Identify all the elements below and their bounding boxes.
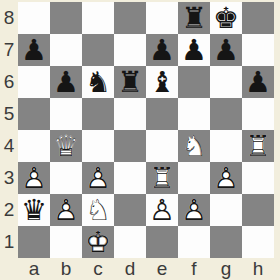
file-label-g: g bbox=[210, 258, 242, 280]
square-c4[interactable] bbox=[82, 130, 114, 162]
black-knight-c6[interactable]: ♞ bbox=[82, 66, 114, 98]
square-d3[interactable] bbox=[114, 162, 146, 194]
square-f5[interactable] bbox=[178, 98, 210, 130]
square-b5[interactable] bbox=[50, 98, 82, 130]
black-pawn-glyph: ♟ bbox=[210, 34, 242, 66]
black-pawn-glyph: ♟ bbox=[18, 34, 50, 66]
rank-label-8: 8 bbox=[0, 2, 18, 34]
square-a1[interactable] bbox=[18, 226, 50, 258]
black-rook-glyph: ♜ bbox=[178, 2, 210, 34]
square-h5[interactable] bbox=[242, 98, 274, 130]
white-queen-outline-glyph: ♕ bbox=[50, 130, 82, 162]
square-h7[interactable] bbox=[242, 34, 274, 66]
white-knight-outline-glyph: ♘ bbox=[82, 194, 114, 226]
white-knight-c2[interactable]: ♞♘ bbox=[82, 194, 114, 226]
square-c2[interactable]: ♞♘ bbox=[82, 194, 114, 226]
file-label-b: b bbox=[50, 258, 82, 280]
square-g6[interactable] bbox=[210, 66, 242, 98]
rank-labels: 87654321 bbox=[0, 2, 18, 258]
file-label-c: c bbox=[82, 258, 114, 280]
white-king-outline-glyph: ♔ bbox=[82, 226, 114, 258]
black-bishop-glyph: ♝ bbox=[146, 66, 178, 98]
black-pawn-g7[interactable]: ♟ bbox=[210, 34, 242, 66]
square-b7[interactable] bbox=[50, 34, 82, 66]
black-pawn-e7[interactable]: ♟ bbox=[146, 34, 178, 66]
black-rook-d6[interactable]: ♜ bbox=[114, 66, 146, 98]
square-d5[interactable] bbox=[114, 98, 146, 130]
file-label-d: d bbox=[114, 258, 146, 280]
file-label-f: f bbox=[178, 258, 210, 280]
square-a6[interactable] bbox=[18, 66, 50, 98]
square-c7[interactable] bbox=[82, 34, 114, 66]
white-pawn-outline-glyph: ♙ bbox=[82, 162, 114, 194]
square-c5[interactable] bbox=[82, 98, 114, 130]
white-pawn-outline-glyph: ♙ bbox=[146, 194, 178, 226]
file-label-a: a bbox=[18, 258, 50, 280]
black-rook-glyph: ♜ bbox=[114, 66, 146, 98]
black-pawn-h6[interactable]: ♟ bbox=[242, 66, 274, 98]
square-e2[interactable]: ♟♙ bbox=[146, 194, 178, 226]
square-a2[interactable]: ♛ bbox=[18, 194, 50, 226]
square-f6[interactable] bbox=[178, 66, 210, 98]
square-g4[interactable] bbox=[210, 130, 242, 162]
white-rook-outline-glyph: ♖ bbox=[242, 130, 274, 162]
square-e3[interactable]: ♜♖ bbox=[146, 162, 178, 194]
black-pawn-a7[interactable]: ♟ bbox=[18, 34, 50, 66]
square-h6[interactable]: ♟ bbox=[242, 66, 274, 98]
rank-label-4: 4 bbox=[0, 130, 18, 162]
white-pawn-a3[interactable]: ♟♙ bbox=[18, 162, 50, 194]
square-c1[interactable]: ♚♔ bbox=[82, 226, 114, 258]
black-pawn-glyph: ♟ bbox=[50, 66, 82, 98]
square-d8[interactable] bbox=[114, 2, 146, 34]
square-a8[interactable] bbox=[18, 2, 50, 34]
square-f4[interactable]: ♞♘ bbox=[178, 130, 210, 162]
board[interactable]: ♜♚♟♟♟♟♟♞♜♝♟♛♕♞♘♜♖♟♙♟♙♜♖♟♙♛♟♙♞♘♟♙♟♙♚♔ bbox=[18, 2, 274, 258]
rank-label-1: 1 bbox=[0, 226, 18, 258]
rank-label-7: 7 bbox=[0, 34, 18, 66]
white-knight-f4[interactable]: ♞♘ bbox=[178, 130, 210, 162]
square-c6[interactable]: ♞ bbox=[82, 66, 114, 98]
square-e6[interactable]: ♝ bbox=[146, 66, 178, 98]
square-e7[interactable]: ♟ bbox=[146, 34, 178, 66]
white-rook-outline-glyph: ♖ bbox=[146, 162, 178, 194]
black-pawn-glyph: ♟ bbox=[178, 34, 210, 66]
file-labels: abcdefgh bbox=[18, 258, 274, 280]
square-h2[interactable] bbox=[242, 194, 274, 226]
white-rook-h4[interactable]: ♜♖ bbox=[242, 130, 274, 162]
square-g2[interactable] bbox=[210, 194, 242, 226]
rank-label-2: 2 bbox=[0, 194, 18, 226]
file-label-h: h bbox=[242, 258, 274, 280]
square-e5[interactable] bbox=[146, 98, 178, 130]
white-queen-b4[interactable]: ♛♕ bbox=[50, 130, 82, 162]
black-queen-a2[interactable]: ♛ bbox=[18, 194, 50, 226]
square-h3[interactable] bbox=[242, 162, 274, 194]
square-g3[interactable]: ♟♙ bbox=[210, 162, 242, 194]
square-d2[interactable] bbox=[114, 194, 146, 226]
white-pawn-g3[interactable]: ♟♙ bbox=[210, 162, 242, 194]
rank-label-3: 3 bbox=[0, 162, 18, 194]
square-b3[interactable] bbox=[50, 162, 82, 194]
square-g8[interactable]: ♚ bbox=[210, 2, 242, 34]
square-a3[interactable]: ♟♙ bbox=[18, 162, 50, 194]
white-pawn-outline-glyph: ♙ bbox=[210, 162, 242, 194]
square-d7[interactable] bbox=[114, 34, 146, 66]
square-f2[interactable]: ♟♙ bbox=[178, 194, 210, 226]
square-h8[interactable] bbox=[242, 2, 274, 34]
square-d6[interactable]: ♜ bbox=[114, 66, 146, 98]
square-f3[interactable] bbox=[178, 162, 210, 194]
square-d1[interactable] bbox=[114, 226, 146, 258]
white-pawn-b2[interactable]: ♟♙ bbox=[50, 194, 82, 226]
square-b4[interactable]: ♛♕ bbox=[50, 130, 82, 162]
black-king-g8[interactable]: ♚ bbox=[210, 2, 242, 34]
square-a7[interactable]: ♟ bbox=[18, 34, 50, 66]
black-king-glyph: ♚ bbox=[210, 2, 242, 34]
square-e4[interactable] bbox=[146, 130, 178, 162]
white-rook-e3[interactable]: ♜♖ bbox=[146, 162, 178, 194]
white-pawn-f2[interactable]: ♟♙ bbox=[178, 194, 210, 226]
square-c8[interactable] bbox=[82, 2, 114, 34]
black-rook-f8[interactable]: ♜ bbox=[178, 2, 210, 34]
square-g1[interactable] bbox=[210, 226, 242, 258]
square-d4[interactable] bbox=[114, 130, 146, 162]
white-pawn-outline-glyph: ♙ bbox=[18, 162, 50, 194]
black-knight-glyph: ♞ bbox=[82, 66, 114, 98]
rank-label-5: 5 bbox=[0, 98, 18, 130]
square-e8[interactable] bbox=[146, 2, 178, 34]
square-h4[interactable]: ♜♖ bbox=[242, 130, 274, 162]
white-king-c1[interactable]: ♚♔ bbox=[82, 226, 114, 258]
black-bishop-e6[interactable]: ♝ bbox=[146, 66, 178, 98]
square-b8[interactable] bbox=[50, 2, 82, 34]
square-e1[interactable] bbox=[146, 226, 178, 258]
chess-board-screenshot: 87654321 ♜♚♟♟♟♟♟♞♜♝♟♛♕♞♘♜♖♟♙♟♙♜♖♟♙♛♟♙♞♘♟… bbox=[0, 0, 280, 280]
square-f1[interactable] bbox=[178, 226, 210, 258]
white-pawn-c3[interactable]: ♟♙ bbox=[82, 162, 114, 194]
square-a5[interactable] bbox=[18, 98, 50, 130]
white-pawn-outline-glyph: ♙ bbox=[50, 194, 82, 226]
square-c3[interactable]: ♟♙ bbox=[82, 162, 114, 194]
square-g5[interactable] bbox=[210, 98, 242, 130]
square-f7[interactable]: ♟ bbox=[178, 34, 210, 66]
square-g7[interactable]: ♟ bbox=[210, 34, 242, 66]
white-pawn-outline-glyph: ♙ bbox=[178, 194, 210, 226]
square-a4[interactable] bbox=[18, 130, 50, 162]
square-h1[interactable] bbox=[242, 226, 274, 258]
square-f8[interactable]: ♜ bbox=[178, 2, 210, 34]
square-b6[interactable]: ♟ bbox=[50, 66, 82, 98]
rank-label-6: 6 bbox=[0, 66, 18, 98]
black-pawn-glyph: ♟ bbox=[242, 66, 274, 98]
black-pawn-glyph: ♟ bbox=[146, 34, 178, 66]
square-b1[interactable] bbox=[50, 226, 82, 258]
black-queen-glyph: ♛ bbox=[18, 194, 50, 226]
square-b2[interactable]: ♟♙ bbox=[50, 194, 82, 226]
black-pawn-b6[interactable]: ♟ bbox=[50, 66, 82, 98]
black-pawn-f7[interactable]: ♟ bbox=[178, 34, 210, 66]
white-knight-outline-glyph: ♘ bbox=[178, 130, 210, 162]
white-pawn-e2[interactable]: ♟♙ bbox=[146, 194, 178, 226]
file-label-e: e bbox=[146, 258, 178, 280]
